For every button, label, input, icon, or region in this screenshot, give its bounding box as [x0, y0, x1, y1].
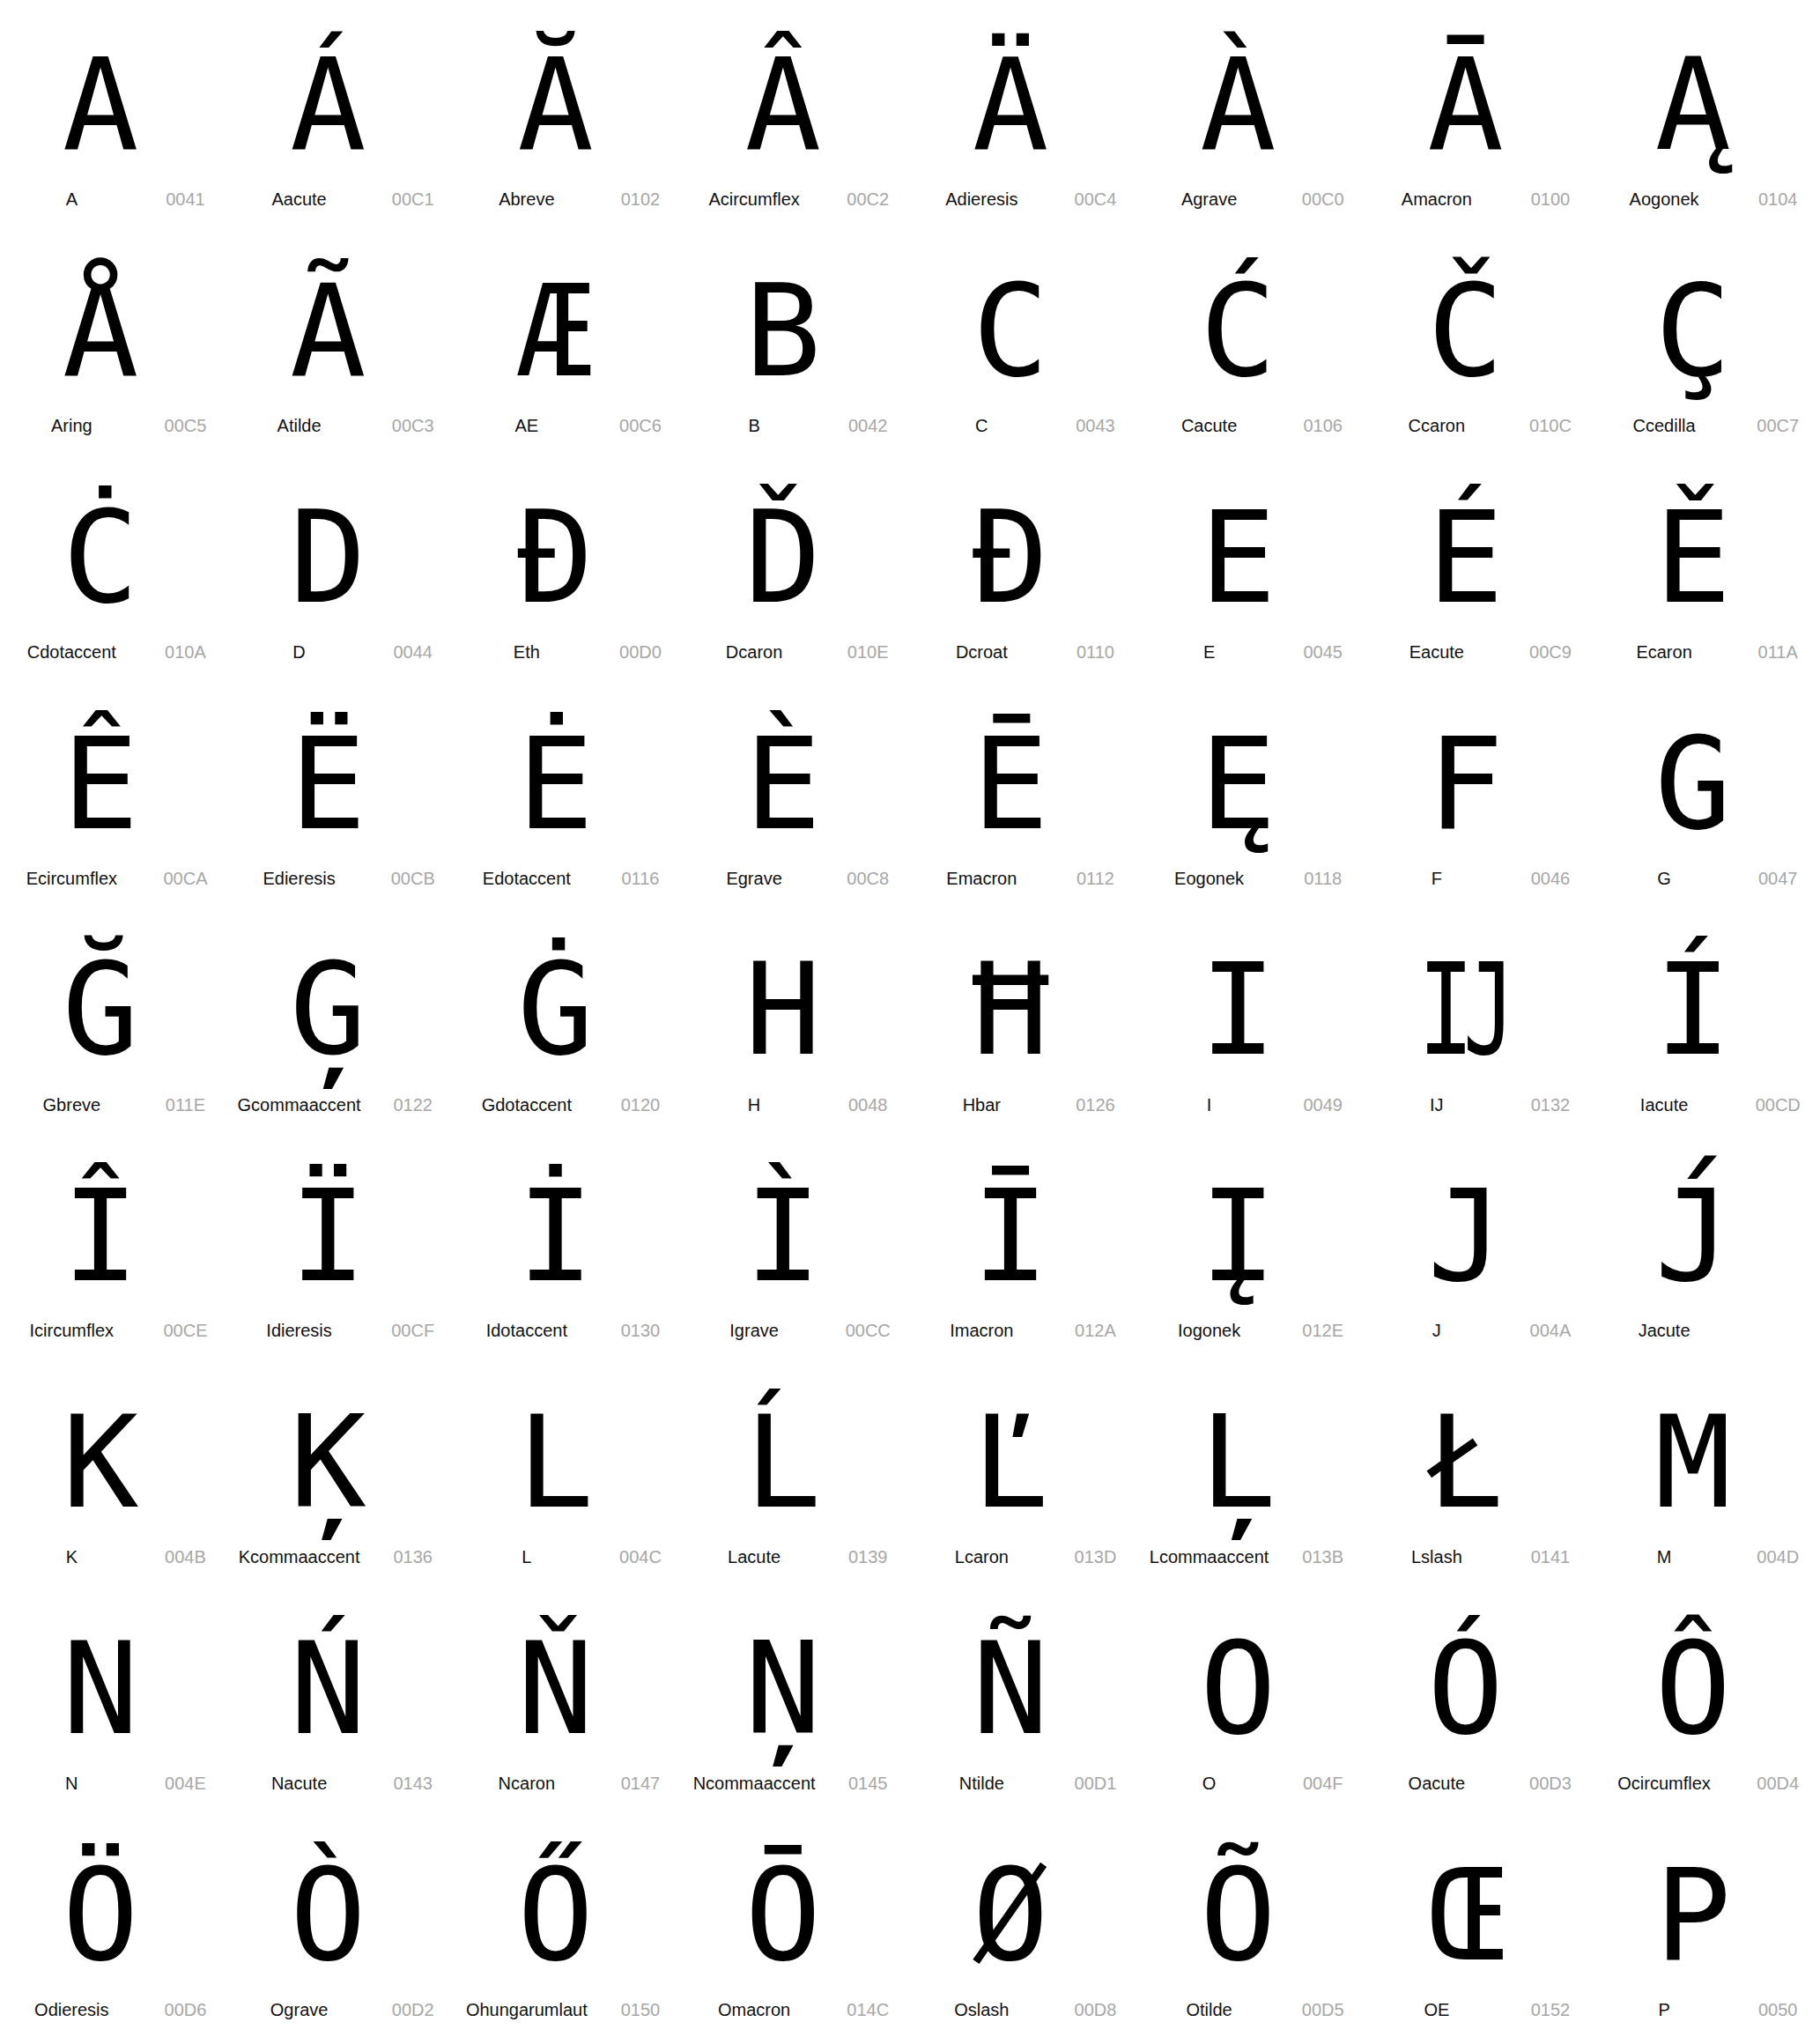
glyph-cell-N[interactable]: NN004E [0, 1584, 227, 1811]
glyph-preview: Ī [910, 1131, 1111, 1283]
glyph-unicode-code: 00C2 [825, 188, 910, 211]
glyph-preview: D [227, 453, 428, 604]
glyph-preview: Ł [1365, 1358, 1566, 1509]
glyph-preview: Ğ [0, 906, 201, 1057]
glyph-preview: Æ [455, 226, 656, 378]
glyph-meta-row: Imacron012A [910, 1319, 1137, 1342]
glyph-cell-Lacute[interactable]: ĹLacute0139 [683, 1358, 910, 1584]
glyph-meta-row: Gcommaaccent0122 [227, 1093, 455, 1116]
glyph-meta-row: Idotaccent0130 [455, 1319, 683, 1342]
glyph-unicode-code: 00CB [371, 867, 455, 890]
glyph-preview: İ [455, 1131, 656, 1283]
glyph-name-label: Agrave [1137, 188, 1281, 211]
glyph-meta-row: Dcroat0110 [910, 641, 1137, 663]
glyph-meta-row: Gbreve011E [0, 1093, 227, 1116]
glyph-unicode-code: 0110 [1054, 641, 1138, 663]
glyph-cell-Cdotaccent[interactable]: ĊCdotaccent010A [0, 453, 227, 679]
glyph-preview: Ņ [683, 1584, 884, 1736]
glyph-name-label: F [1365, 867, 1509, 890]
glyph-name-label: IJ [1365, 1093, 1509, 1116]
glyph-preview: Ń [227, 1584, 428, 1736]
glyph-preview: Ä [910, 0, 1111, 152]
glyph-preview: A [0, 0, 201, 152]
glyph-meta-row: Hbar0126 [910, 1093, 1137, 1116]
glyph-preview: Ô [1593, 1584, 1794, 1736]
glyph-preview: I [1137, 906, 1338, 1057]
glyph-meta-row: Oacute00D3 [1365, 1772, 1593, 1795]
glyph-name-label: Ohungarumlaut [455, 1998, 599, 2021]
glyph-unicode-code: 00C3 [371, 414, 455, 437]
glyph-cell-Ntilde[interactable]: ÑNtilde00D1 [910, 1584, 1137, 1811]
glyph-cell-Abreve[interactable]: ĂAbreve0102 [455, 0, 683, 226]
glyph-unicode-code: 0047 [1735, 867, 1820, 890]
glyph-cell-Nacute[interactable]: ŃNacute0143 [227, 1584, 455, 1811]
glyph-preview: N [0, 1584, 201, 1736]
glyph-cell-Hbar[interactable]: ĦHbar0126 [910, 906, 1137, 1132]
glyph-cell-Dcroat[interactable]: ĐDcroat0110 [910, 453, 1137, 679]
glyph-preview: Ñ [910, 1584, 1111, 1736]
glyph-unicode-code: 0118 [1281, 867, 1365, 890]
glyph-meta-row: Amacron0100 [1365, 188, 1593, 211]
glyph-name-label: J [1365, 1319, 1509, 1342]
glyph-preview: B [683, 226, 884, 378]
glyph-meta-row: Adieresis00C4 [910, 188, 1137, 211]
glyph-name-label: Eth [455, 641, 599, 663]
glyph-cell-Eth[interactable]: ÐEth00D0 [455, 453, 683, 679]
glyph-unicode-code: 004F [1281, 1772, 1365, 1795]
glyph-preview: Â [683, 0, 884, 152]
glyph-name-label: Cacute [1137, 414, 1281, 437]
glyph-cell-Lcaron[interactable]: ĽLcaron013D [910, 1358, 1137, 1584]
glyph-cell-IJ[interactable]: ĲIJ0132 [1365, 906, 1593, 1132]
glyph-cell-Idieresis[interactable]: ÏIdieresis00CF [227, 1131, 455, 1358]
glyph-meta-row: Idieresis00CF [227, 1319, 455, 1342]
glyph-meta-row: Acircumflex00C2 [683, 188, 910, 211]
glyph-preview: Ç [1593, 226, 1794, 378]
glyph-meta-row: Ccaron010C [1365, 414, 1593, 437]
glyph-name-label: C [910, 414, 1054, 437]
glyph-cell-G[interactable]: GG0047 [1593, 679, 1820, 906]
glyph-preview: Ò [227, 1811, 428, 1962]
glyph-meta-row: Lcommaaccent013B [1137, 1545, 1365, 1568]
glyph-preview: Ì [683, 1131, 884, 1283]
glyph-name-label: Acircumflex [683, 188, 826, 211]
glyph-cell-Eacute[interactable]: ÉEacute00C9 [1365, 453, 1593, 679]
glyph-unicode-code: 0045 [1281, 641, 1365, 663]
glyph-preview: O [1137, 1584, 1338, 1736]
glyph-meta-row: Lslash0141 [1365, 1545, 1593, 1568]
glyph-preview: J [1365, 1131, 1566, 1283]
glyph-cell-Kcommaaccent[interactable]: ĶKcommaaccent0136 [227, 1358, 455, 1584]
glyph-meta-row: Edieresis00CB [227, 867, 455, 890]
glyph-cell-Agrave[interactable]: ÀAgrave00C0 [1137, 0, 1365, 226]
glyph-meta-row: Eth00D0 [455, 641, 683, 663]
glyph-meta-row: E0045 [1137, 641, 1365, 663]
glyph-preview: K [0, 1358, 201, 1509]
glyph-name-label: Jacute [1593, 1319, 1736, 1342]
glyph-meta-row: J004A [1365, 1319, 1593, 1342]
glyph-cell-Iogonek[interactable]: ĮIogonek012E [1137, 1131, 1365, 1358]
glyph-name-label: Otilde [1137, 1998, 1281, 2021]
glyph-name-label: O [1137, 1772, 1281, 1795]
glyph-unicode-code: 00CF [371, 1319, 455, 1342]
glyph-unicode-code: 010C [1508, 414, 1593, 437]
glyph-meta-row: Igrave00CC [683, 1319, 910, 1342]
glyph-preview: Ê [0, 679, 201, 831]
glyph-preview: Á [227, 0, 428, 152]
glyph-name-label: Aacute [227, 188, 371, 211]
glyph-meta-row: IJ0132 [1365, 1093, 1593, 1116]
glyph-name-label: Kcommaaccent [227, 1545, 371, 1568]
glyph-cell-Aacute[interactable]: ÁAacute00C1 [227, 0, 455, 226]
glyph-name-label: Ecircumflex [0, 867, 144, 890]
glyph-name-label: Idotaccent [455, 1319, 599, 1342]
glyph-name-label: Cdotaccent [0, 641, 144, 663]
glyph-preview: Å [0, 226, 201, 378]
glyph-name-label: B [683, 414, 826, 437]
glyph-preview: Ö [0, 1811, 201, 1962]
glyph-unicode-code: 0139 [825, 1545, 910, 1568]
glyph-cell-Dcaron[interactable]: ĎDcaron010E [683, 453, 910, 679]
glyph-cell-AE[interactable]: ÆAE00C6 [455, 226, 683, 453]
glyph-name-label: OE [1365, 1998, 1509, 2021]
glyph-preview: Œ [1365, 1811, 1566, 1962]
glyph-cell-J[interactable]: JJ004A [1365, 1131, 1593, 1358]
glyph-unicode-code: 00CD [1735, 1093, 1820, 1116]
glyph-name-label: D [227, 641, 371, 663]
glyph-preview: Į [1137, 1131, 1338, 1283]
glyph-name-label: I [1137, 1093, 1281, 1116]
glyph-meta-row: Iacute00CD [1593, 1093, 1820, 1116]
glyph-cell-Idotaccent[interactable]: İIdotaccent0130 [455, 1131, 683, 1358]
glyph-meta-row: Iogonek012E [1137, 1319, 1365, 1342]
glyph-meta-row: Ecaron011A [1593, 641, 1820, 663]
glyph-cell-Edieresis[interactable]: ËEdieresis00CB [227, 679, 455, 906]
glyph-cell-M[interactable]: MM004D [1593, 1358, 1820, 1584]
glyph-meta-row: Ocircumflex00D4 [1593, 1772, 1820, 1795]
glyph-meta-row: Ecircumflex00CA [0, 867, 227, 890]
glyph-cell-O[interactable]: OO004F [1137, 1584, 1365, 1811]
glyph-meta-row: Emacron0112 [910, 867, 1137, 890]
glyph-meta-row: Agrave00C0 [1137, 188, 1365, 211]
glyph-name-label: Odieresis [0, 1998, 144, 2021]
glyph-cell-Oslash[interactable]: ØOslash00D8 [910, 1811, 1137, 2037]
glyph-unicode-code: 010A [144, 641, 228, 663]
glyph-cell-Lcommaaccent[interactable]: ĻLcommaaccent013B [1137, 1358, 1365, 1584]
glyph-preview: Ļ [1137, 1358, 1338, 1509]
glyph-cell-C[interactable]: CC0043 [910, 226, 1137, 453]
glyph-preview: Ō [683, 1811, 884, 1962]
glyph-cell-Iacute[interactable]: ÍIacute00CD [1593, 906, 1820, 1132]
glyph-preview: M [1593, 1358, 1794, 1509]
glyph-unicode-code: 0150 [598, 1998, 683, 2021]
glyph-cell-Ohungarumlaut[interactable]: ŐOhungarumlaut0150 [455, 1811, 683, 2037]
glyph-name-label: Abreve [455, 188, 599, 211]
glyph-preview: Đ [910, 453, 1111, 604]
glyph-unicode-code: 0049 [1281, 1093, 1365, 1116]
glyph-cell-Gcommaaccent[interactable]: ĢGcommaaccent0122 [227, 906, 455, 1132]
glyph-meta-row: Kcommaaccent0136 [227, 1545, 455, 1568]
glyph-cell-A[interactable]: AA0041 [0, 0, 227, 226]
glyph-cell-B[interactable]: BB0042 [683, 226, 910, 453]
glyph-cell-Cacute[interactable]: ĆCacute0106 [1137, 226, 1365, 453]
glyph-preview: É [1365, 453, 1566, 604]
glyph-meta-row: Jacute [1593, 1319, 1820, 1342]
glyph-unicode-code: 00D6 [144, 1998, 228, 2021]
glyph-cell-Ncaron[interactable]: ŇNcaron0147 [455, 1584, 683, 1811]
glyph-meta-row: Aring00C5 [0, 414, 227, 437]
glyph-name-label: Igrave [683, 1319, 826, 1342]
glyph-meta-row: OE0152 [1365, 1998, 1593, 2021]
glyph-unicode-code: 00CA [144, 867, 228, 890]
glyph-unicode-code: 0126 [1054, 1093, 1138, 1116]
glyph-cell-Ncommaaccent[interactable]: ŅNcommaaccent0145 [683, 1584, 910, 1811]
glyph-name-label: Ntilde [910, 1772, 1054, 1795]
glyph-unicode-code: 00D2 [371, 1998, 455, 2021]
glyph-name-label: Amacron [1365, 188, 1509, 211]
glyph-meta-row: Ccedilla00C7 [1593, 414, 1820, 437]
glyph-meta-row: Ohungarumlaut0150 [455, 1998, 683, 2021]
glyph-unicode-code: 004D [1735, 1545, 1820, 1568]
glyph-name-label: Icircumflex [0, 1319, 144, 1342]
glyph-cell-H[interactable]: HH0048 [683, 906, 910, 1132]
glyph-meta-row: C0043 [910, 414, 1137, 437]
glyph-name-label: AE [455, 414, 599, 437]
glyph-name-label: Gdotaccent [455, 1093, 599, 1116]
glyph-meta-row: Eacute00C9 [1365, 641, 1593, 663]
glyph-name-label: Emacron [910, 867, 1054, 890]
glyph-unicode-code: 010E [825, 641, 910, 663]
glyph-preview: Ħ [910, 906, 1111, 1057]
glyph-meta-row: Lcaron013D [910, 1545, 1137, 1568]
glyph-name-label: Eogonek [1137, 867, 1281, 890]
glyph-name-label: Ecaron [1593, 641, 1736, 663]
glyph-cell-Imacron[interactable]: ĪImacron012A [910, 1131, 1137, 1358]
glyph-cell-Eogonek[interactable]: ĘEogonek0118 [1137, 679, 1365, 906]
glyph-cell-Ccaron[interactable]: ČCcaron010C [1365, 226, 1593, 453]
glyph-preview: Ē [910, 679, 1111, 831]
glyph-cell-Egrave[interactable]: ÈEgrave00C8 [683, 679, 910, 906]
glyph-unicode-code: 011E [144, 1093, 228, 1116]
glyph-meta-row: B0042 [683, 414, 910, 437]
glyph-unicode-code: 0147 [598, 1772, 683, 1795]
glyph-cell-Atilde[interactable]: ÃAtilde00C3 [227, 226, 455, 453]
glyph-preview: Ň [455, 1584, 656, 1736]
glyph-name-label: K [0, 1545, 144, 1568]
glyph-name-label: Edieresis [227, 867, 371, 890]
glyph-name-label: Imacron [910, 1319, 1054, 1342]
glyph-preview: Ø [910, 1811, 1111, 1962]
glyph-cell-Icircumflex[interactable]: ÎIcircumflex00CE [0, 1131, 227, 1358]
glyph-preview: C [910, 226, 1111, 378]
glyph-cell-Gdotaccent[interactable]: ĠGdotaccent0120 [455, 906, 683, 1132]
glyph-unicode-code: 004E [144, 1772, 228, 1795]
glyph-cell-Jacute[interactable]: J́Jacute [1593, 1131, 1820, 1358]
glyph-unicode-code: 0050 [1735, 1998, 1820, 2021]
glyph-unicode-code: 0106 [1281, 414, 1365, 437]
glyph-preview: L [455, 1358, 656, 1509]
glyph-name-label: Dcaron [683, 641, 826, 663]
glyph-preview: Ľ [910, 1358, 1111, 1509]
glyph-preview: À [1137, 0, 1338, 152]
glyph-cell-Amacron[interactable]: ĀAmacron0100 [1365, 0, 1593, 226]
glyph-meta-row: Aacute00C1 [227, 188, 455, 211]
glyph-preview: P [1593, 1811, 1794, 1962]
glyph-meta-row: Cdotaccent010A [0, 641, 227, 663]
glyph-name-label: Gbreve [0, 1093, 144, 1116]
glyph-cell-P[interactable]: PP0050 [1593, 1811, 1820, 2037]
glyph-preview: Ă [455, 0, 656, 152]
glyph-unicode-code: 0100 [1508, 188, 1593, 211]
glyph-cell-I[interactable]: II0049 [1137, 906, 1365, 1132]
glyph-cell-Ecaron[interactable]: ĚEcaron011A [1593, 453, 1820, 679]
glyph-name-label: N [0, 1772, 144, 1795]
glyph-unicode-code: 00C7 [1735, 414, 1820, 437]
glyph-unicode-code: 0041 [144, 188, 228, 211]
glyph-meta-row: P0050 [1593, 1998, 1820, 2021]
glyph-name-label: Lacute [683, 1545, 826, 1568]
glyph-unicode-code: 0143 [371, 1772, 455, 1795]
glyph-cell-Otilde[interactable]: ÕOtilde00D5 [1137, 1811, 1365, 2037]
glyph-unicode-code: 00C5 [144, 414, 228, 437]
glyph-preview: Î [0, 1131, 201, 1283]
glyph-preview: Ą [1593, 0, 1794, 152]
glyph-unicode-code: 00C8 [825, 867, 910, 890]
glyph-preview: Ð [455, 453, 656, 604]
glyph-name-label: Oacute [1365, 1772, 1509, 1795]
glyph-name-label: Nacute [227, 1772, 371, 1795]
glyph-unicode-code: 00C6 [598, 414, 683, 437]
glyph-preview: G [1593, 679, 1794, 831]
glyph-cell-Ccedilla[interactable]: ÇCcedilla00C7 [1593, 226, 1820, 453]
glyph-cell-Ecircumflex[interactable]: ÊEcircumflex00CA [0, 679, 227, 906]
glyph-unicode-code: 00D3 [1508, 1772, 1593, 1795]
glyph-meta-row: AE00C6 [455, 414, 683, 437]
glyph-unicode-code: 014C [825, 1998, 910, 2021]
glyph-cell-Omacron[interactable]: ŌOmacron014C [683, 1811, 910, 2037]
glyph-name-label: Aogonek [1593, 188, 1736, 211]
glyph-meta-row: Ntilde00D1 [910, 1772, 1137, 1795]
glyph-cell-Ograve[interactable]: ÒOgrave00D2 [227, 1811, 455, 2037]
glyph-preview: Ĺ [683, 1358, 884, 1509]
glyph-meta-row: Ograve00D2 [227, 1998, 455, 2021]
glyph-meta-row: D0044 [227, 641, 455, 663]
glyph-unicode-code: 00D1 [1054, 1772, 1138, 1795]
glyph-name-label: Eacute [1365, 641, 1509, 663]
glyph-unicode-code: 012E [1281, 1319, 1365, 1342]
glyph-cell-Ocircumflex[interactable]: ÔOcircumflex00D4 [1593, 1584, 1820, 1811]
glyph-name-label: Iacute [1593, 1093, 1736, 1116]
glyph-preview: Ď [683, 453, 884, 604]
glyph-unicode-code: 0112 [1054, 867, 1138, 890]
glyph-unicode-code: 012A [1054, 1319, 1138, 1342]
glyph-name-label: Ograve [227, 1998, 371, 2021]
glyph-preview: Ó [1365, 1584, 1566, 1736]
glyph-preview: Ë [227, 679, 428, 831]
glyph-meta-row: H0048 [683, 1093, 910, 1116]
glyph-unicode-code: 013B [1281, 1545, 1365, 1568]
glyph-name-label: Lcaron [910, 1545, 1054, 1568]
glyph-cell-Aogonek[interactable]: ĄAogonek0104 [1593, 0, 1820, 226]
glyph-cell-D[interactable]: DD0044 [227, 453, 455, 679]
glyph-cell-Igrave[interactable]: ÌIgrave00CC [683, 1131, 910, 1358]
glyph-cell-Lslash[interactable]: ŁLslash0141 [1365, 1358, 1593, 1584]
glyph-name-label: Egrave [683, 867, 826, 890]
glyph-meta-row: G0047 [1593, 867, 1820, 890]
glyph-unicode-code: 0132 [1508, 1093, 1593, 1116]
glyph-name-label: G [1593, 867, 1736, 890]
glyph-unicode-code: 0046 [1508, 867, 1593, 890]
glyph-unicode-code: 00CE [144, 1319, 228, 1342]
glyph-meta-row: Oslash00D8 [910, 1998, 1137, 2021]
glyph-unicode-code: 0104 [1735, 188, 1820, 211]
glyph-meta-row: Nacute0143 [227, 1772, 455, 1795]
glyph-unicode-code: 00C0 [1281, 188, 1365, 211]
glyph-name-label: M [1593, 1545, 1736, 1568]
glyph-unicode-code: 00CC [825, 1319, 910, 1342]
glyph-cell-Aring[interactable]: ÅAring00C5 [0, 226, 227, 453]
glyph-name-label: Ccaron [1365, 414, 1509, 437]
glyph-name-label: Iogonek [1137, 1319, 1281, 1342]
glyph-preview: H [683, 906, 884, 1057]
glyph-preview: Õ [1137, 1811, 1338, 1962]
glyph-meta-row: Abreve0102 [455, 188, 683, 211]
glyph-cell-Acircumflex[interactable]: ÂAcircumflex00C2 [683, 0, 910, 226]
glyph-meta-row: Lacute0139 [683, 1545, 910, 1568]
glyph-cell-Adieresis[interactable]: ÄAdieresis00C4 [910, 0, 1137, 226]
glyph-unicode-code: 0102 [598, 188, 683, 211]
glyph-unicode-code: 0043 [1054, 414, 1138, 437]
glyph-unicode-code: 0044 [371, 641, 455, 663]
glyph-name-label: Hbar [910, 1093, 1054, 1116]
glyph-cell-L[interactable]: LL004C [455, 1358, 683, 1584]
glyph-cell-OE[interactable]: ŒOE0152 [1365, 1811, 1593, 2037]
glyph-meta-row: O004F [1137, 1772, 1365, 1795]
glyph-preview: Ę [1137, 679, 1338, 831]
glyph-cell-Edotaccent[interactable]: ĖEdotaccent0116 [455, 679, 683, 906]
glyph-unicode-code: 00D4 [1735, 1772, 1820, 1795]
glyph-preview: Ġ [455, 906, 656, 1057]
glyph-meta-row: Atilde00C3 [227, 414, 455, 437]
glyph-meta-row: Dcaron010E [683, 641, 910, 663]
glyph-name-label: Ncommaaccent [683, 1772, 826, 1795]
glyph-name-label: Atilde [227, 414, 371, 437]
glyph-preview: Č [1365, 226, 1566, 378]
glyph-name-label: Dcroat [910, 641, 1054, 663]
glyph-preview: J́ [1593, 1131, 1794, 1283]
glyph-preview: Ï [227, 1131, 428, 1283]
glyph-cell-Oacute[interactable]: ÓOacute00D3 [1365, 1584, 1593, 1811]
glyph-grid: AA0041ÁAacute00C1ĂAbreve0102ÂAcircumflex… [0, 0, 1820, 2037]
glyph-name-label: Ccedilla [1593, 414, 1736, 437]
glyph-unicode-code: 00D8 [1054, 1998, 1138, 2021]
glyph-unicode-code: 004B [144, 1545, 228, 1568]
glyph-unicode-code: 0048 [825, 1093, 910, 1116]
glyph-unicode-code: 011A [1735, 641, 1820, 663]
glyph-meta-row: M004D [1593, 1545, 1820, 1568]
glyph-cell-E[interactable]: EE0045 [1137, 453, 1365, 679]
glyph-cell-F[interactable]: FF0046 [1365, 679, 1593, 906]
glyph-name-label: Edotaccent [455, 867, 599, 890]
glyph-name-label: Lslash [1365, 1545, 1509, 1568]
glyph-cell-Gbreve[interactable]: ĞGbreve011E [0, 906, 227, 1132]
glyph-cell-Odieresis[interactable]: ÖOdieresis00D6 [0, 1811, 227, 2037]
glyph-cell-K[interactable]: KK004B [0, 1358, 227, 1584]
glyph-name-label: P [1593, 1998, 1736, 2021]
glyph-meta-row: Cacute0106 [1137, 414, 1365, 437]
glyph-name-label: Lcommaaccent [1137, 1545, 1281, 1568]
glyph-cell-Emacron[interactable]: ĒEmacron0112 [910, 679, 1137, 906]
